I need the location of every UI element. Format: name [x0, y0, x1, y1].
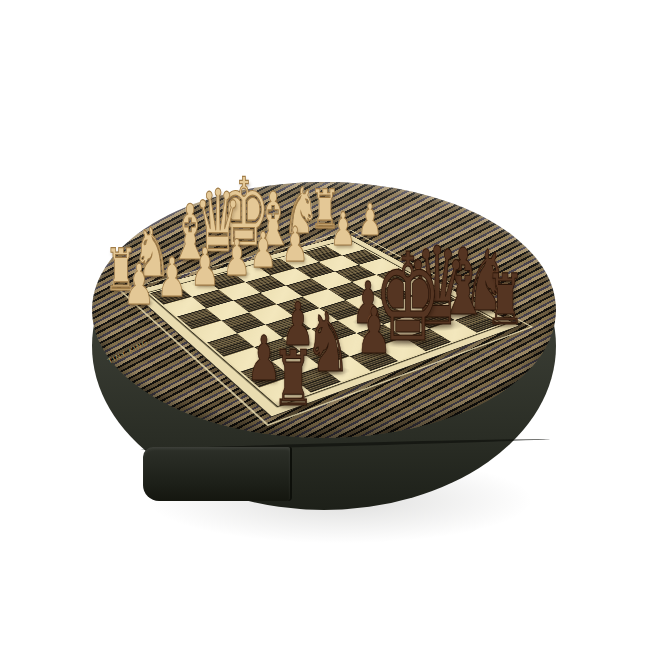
chess-box-photo: TINY KING ♜♞♝♛♚♝♞♜♟♟♟♟♟♟♟♟♚♛♝♞♜♟♟♞♟♜♟ — [0, 0, 650, 650]
storage-drawer — [143, 447, 290, 501]
